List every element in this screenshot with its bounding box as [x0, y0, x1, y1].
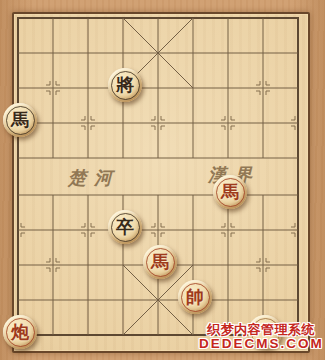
- pieces-layer: 將馬卒馬馬帥炮: [0, 0, 325, 360]
- piece-char: 馬: [143, 245, 177, 279]
- piece-char: 炮: [3, 315, 37, 349]
- piece-char: 馬: [213, 175, 247, 209]
- black-general[interactable]: 將: [108, 68, 142, 102]
- red-general[interactable]: 帥: [178, 280, 212, 314]
- piece-char: 將: [108, 68, 142, 102]
- piece-char: 馬: [3, 103, 37, 137]
- piece-char: 卒: [108, 210, 142, 244]
- red-cannon[interactable]: 炮: [3, 315, 37, 349]
- black-horse[interactable]: 馬: [3, 103, 37, 137]
- red-horse-2[interactable]: 馬: [143, 245, 177, 279]
- red-horse-1[interactable]: 馬: [213, 175, 247, 209]
- game-screen: 楚河 漢界 將馬卒馬馬帥炮 织梦内容管理系统 DEDECMS.COM: [0, 0, 325, 360]
- watermark-text-url: DEDECMS.COM: [199, 336, 323, 351]
- black-soldier[interactable]: 卒: [108, 210, 142, 244]
- piece-char: 帥: [178, 280, 212, 314]
